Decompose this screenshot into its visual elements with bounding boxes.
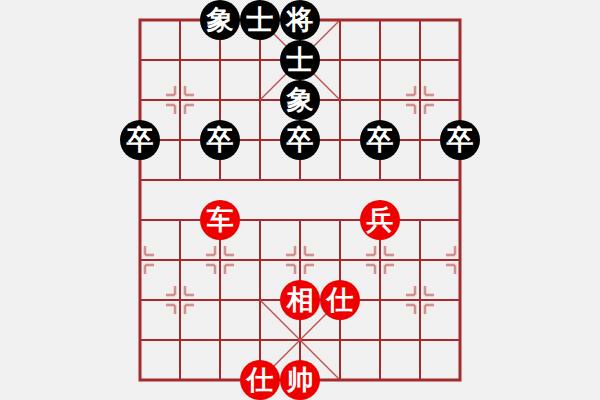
piece-red-soldier[interactable]: 兵: [360, 200, 400, 240]
piece-black-advisor[interactable]: 士: [240, 0, 280, 40]
piece-black-elephant[interactable]: 象: [200, 0, 240, 40]
piece-black-soldier[interactable]: 卒: [360, 120, 400, 160]
piece-red-advisor[interactable]: 仕: [240, 360, 280, 400]
piece-black-advisor[interactable]: 士: [280, 40, 320, 80]
piece-black-soldier[interactable]: 卒: [200, 120, 240, 160]
piece-black-soldier[interactable]: 卒: [440, 120, 480, 160]
piece-red-general[interactable]: 帅: [280, 360, 320, 400]
piece-red-elephant[interactable]: 相: [280, 280, 320, 320]
xiangqi-board: 象士将士象卒卒卒卒卒车兵相仕仕帅: [0, 0, 600, 400]
piece-red-advisor[interactable]: 仕: [320, 280, 360, 320]
piece-black-elephant[interactable]: 象: [280, 80, 320, 120]
piece-red-chariot[interactable]: 车: [200, 200, 240, 240]
piece-black-soldier[interactable]: 卒: [280, 120, 320, 160]
piece-black-soldier[interactable]: 卒: [120, 120, 160, 160]
piece-black-general[interactable]: 将: [280, 0, 320, 40]
